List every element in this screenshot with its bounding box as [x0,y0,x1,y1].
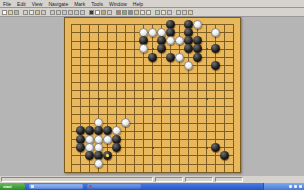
system-tray[interactable] [263,183,304,190]
toolbar [0,8,304,17]
tray-icon-3[interactable] [299,185,302,188]
menu-mark[interactable]: Mark [71,1,88,7]
mark-cross-icon[interactable] [116,10,121,15]
grid-line-v [233,24,234,173]
next-10-icon[interactable] [74,10,79,15]
white-stone[interactable] [139,44,148,53]
workspace [0,17,304,176]
black-stone[interactable] [76,143,85,152]
task-button[interactable] [87,184,141,189]
menu-tools[interactable]: Tools [88,1,106,7]
black-stone[interactable] [103,126,112,135]
grid-line-v [170,24,171,173]
cut-icon[interactable] [23,10,28,15]
play-black-icon[interactable] [89,10,94,15]
grid-line-v [179,24,180,173]
menu-window[interactable]: Window [106,1,130,7]
black-stone[interactable] [193,53,202,62]
status-segment [1,177,153,182]
white-stone[interactable] [211,28,220,37]
setup-icon[interactable] [101,10,106,15]
star-point [206,98,208,100]
menu-view[interactable]: View [29,1,46,7]
menu-edit[interactable]: Edit [14,1,29,7]
menu-file[interactable]: File [0,1,14,7]
last-move-icon[interactable] [80,10,85,15]
zoom-in-icon[interactable] [176,10,181,15]
open-icon[interactable] [8,10,13,15]
white-stone[interactable] [121,118,130,127]
status-segment [215,177,243,182]
task-button[interactable] [29,184,83,189]
play-white-icon[interactable] [95,10,100,15]
black-stone[interactable] [76,126,85,135]
next-move-icon[interactable] [68,10,73,15]
white-stone[interactable] [94,159,103,168]
letter-mark-icon[interactable] [140,10,145,15]
white-stone[interactable] [184,61,193,70]
copy-icon[interactable] [29,10,34,15]
star-point [98,98,100,100]
white-stone[interactable] [166,36,175,45]
status-bar [0,176,304,183]
help-icon[interactable] [188,10,193,15]
document-icon [89,185,92,188]
grid-line-h [71,106,234,107]
white-stone[interactable] [148,28,157,37]
star-point [152,147,154,149]
new-icon[interactable] [2,10,7,15]
prev-move-icon[interactable] [62,10,67,15]
tray-icon-1[interactable] [289,185,292,188]
star-point [206,147,208,149]
start-button[interactable]: start [0,183,25,190]
black-stone[interactable] [211,44,220,53]
zoom-out-icon[interactable] [182,10,187,15]
black-stone[interactable] [94,126,103,135]
star-point [152,98,154,100]
menu-navigate[interactable]: Navigate [45,1,71,7]
last-move-marker [106,154,109,157]
mark-square-icon[interactable] [128,10,133,15]
menu-bar: FileEditViewNavigateMarkToolsWindowHelp [0,0,304,8]
status-segment [185,177,213,182]
black-stone[interactable] [211,143,220,152]
game-tree-icon[interactable] [155,10,160,15]
white-stone[interactable] [112,126,121,135]
prev-10-icon[interactable] [56,10,61,15]
print-icon[interactable] [41,10,46,15]
white-stone[interactable] [103,135,112,144]
grid-line-h [71,172,234,173]
white-stone[interactable] [175,36,184,45]
menu-help[interactable]: Help [130,1,146,7]
black-stone[interactable] [166,53,175,62]
black-stone[interactable] [211,61,220,70]
comment-icon[interactable] [161,10,166,15]
mark-circle-icon[interactable] [122,10,127,15]
black-stone[interactable] [103,151,112,160]
white-stone[interactable] [175,53,184,62]
taskbar: start [0,183,304,190]
white-stone[interactable] [193,20,202,29]
black-stone[interactable] [112,143,121,152]
pass-icon[interactable] [107,10,112,15]
black-stone[interactable] [184,44,193,53]
black-stone[interactable] [193,44,202,53]
black-stone[interactable] [148,53,157,62]
go-app-icon [31,185,34,188]
first-move-icon[interactable] [50,10,55,15]
paste-icon[interactable] [35,10,40,15]
save-icon[interactable] [14,10,19,15]
number-mark-icon[interactable] [146,10,151,15]
black-stone[interactable] [85,151,94,160]
status-segment [155,177,183,182]
go-board[interactable] [64,17,241,173]
game-info-icon[interactable] [167,10,172,15]
mark-triangle-icon[interactable] [134,10,139,15]
black-stone[interactable] [85,126,94,135]
tray-icon-2[interactable] [294,185,297,188]
black-stone[interactable] [220,151,229,160]
black-stone[interactable] [157,44,166,53]
grid-line-h [71,114,234,115]
